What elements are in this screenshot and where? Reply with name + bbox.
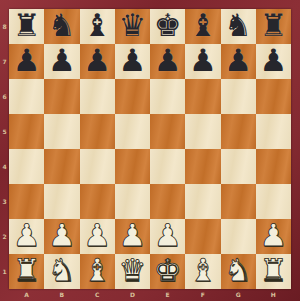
square-h7[interactable]: ♟ bbox=[256, 44, 291, 79]
rank-label-8: 8 bbox=[0, 24, 9, 30]
file-label-f: F bbox=[185, 292, 220, 298]
square-h3[interactable] bbox=[256, 184, 291, 219]
black-pawn-piece[interactable]: ♟ bbox=[224, 45, 252, 76]
black-knight-piece[interactable]: ♞ bbox=[48, 10, 76, 41]
white-rook-piece[interactable]: ♜ bbox=[13, 255, 41, 286]
black-rook-piece[interactable]: ♜ bbox=[13, 10, 41, 41]
square-d4[interactable] bbox=[115, 149, 150, 184]
black-pawn-piece[interactable]: ♟ bbox=[189, 45, 217, 76]
white-pawn-piece[interactable]: ♟ bbox=[48, 220, 76, 251]
square-e1[interactable]: ♚ bbox=[150, 254, 185, 289]
square-h2[interactable]: ♟ bbox=[256, 219, 291, 254]
black-king-piece[interactable]: ♚ bbox=[154, 10, 182, 41]
white-knight-piece[interactable]: ♞ bbox=[224, 255, 252, 286]
rank-label-6: 6 bbox=[0, 94, 9, 100]
black-pawn-piece[interactable]: ♟ bbox=[48, 45, 76, 76]
white-bishop-piece[interactable]: ♝ bbox=[189, 255, 217, 286]
rank-label-7: 7 bbox=[0, 59, 9, 65]
square-f1[interactable]: ♝ bbox=[185, 254, 220, 289]
square-e6[interactable] bbox=[150, 79, 185, 114]
square-e8[interactable]: ♚ bbox=[150, 9, 185, 44]
square-e7[interactable]: ♟ bbox=[150, 44, 185, 79]
square-f5[interactable] bbox=[185, 114, 220, 149]
square-d5[interactable] bbox=[115, 114, 150, 149]
square-d6[interactable] bbox=[115, 79, 150, 114]
square-a6[interactable] bbox=[9, 79, 44, 114]
black-rook-piece[interactable]: ♜ bbox=[259, 10, 287, 41]
white-pawn-piece[interactable]: ♟ bbox=[259, 220, 287, 251]
black-pawn-piece[interactable]: ♟ bbox=[154, 45, 182, 76]
square-c1[interactable]: ♝ bbox=[80, 254, 115, 289]
square-f4[interactable] bbox=[185, 149, 220, 184]
square-d3[interactable] bbox=[115, 184, 150, 219]
square-a2[interactable]: ♟ bbox=[9, 219, 44, 254]
square-c3[interactable] bbox=[80, 184, 115, 219]
white-pawn-piece[interactable]: ♟ bbox=[118, 220, 146, 251]
square-b5[interactable] bbox=[44, 114, 79, 149]
square-b6[interactable] bbox=[44, 79, 79, 114]
square-b1[interactable]: ♞ bbox=[44, 254, 79, 289]
black-pawn-piece[interactable]: ♟ bbox=[118, 45, 146, 76]
rank-label-3: 3 bbox=[0, 199, 9, 205]
file-label-b: B bbox=[44, 292, 79, 298]
black-pawn-piece[interactable]: ♟ bbox=[259, 45, 287, 76]
square-c8[interactable]: ♝ bbox=[80, 9, 115, 44]
square-g3[interactable] bbox=[221, 184, 256, 219]
rank-label-5: 5 bbox=[0, 129, 9, 135]
file-label-h: H bbox=[256, 292, 291, 298]
square-c7[interactable]: ♟ bbox=[80, 44, 115, 79]
black-pawn-piece[interactable]: ♟ bbox=[13, 45, 41, 76]
chess-board: ♜♞♝♛♚♝♞♜♟♟♟♟♟♟♟♟♟♟♟♟♟♟♜♞♝♛♚♝♞♜ bbox=[9, 9, 291, 289]
square-a4[interactable] bbox=[9, 149, 44, 184]
file-label-e: E bbox=[150, 292, 185, 298]
square-f3[interactable] bbox=[185, 184, 220, 219]
square-g8[interactable]: ♞ bbox=[221, 9, 256, 44]
square-e3[interactable] bbox=[150, 184, 185, 219]
file-label-c: C bbox=[80, 292, 115, 298]
white-pawn-piece[interactable]: ♟ bbox=[13, 220, 41, 251]
square-g7[interactable]: ♟ bbox=[221, 44, 256, 79]
square-e2[interactable]: ♟ bbox=[150, 219, 185, 254]
square-c5[interactable] bbox=[80, 114, 115, 149]
white-knight-piece[interactable]: ♞ bbox=[48, 255, 76, 286]
square-b4[interactable] bbox=[44, 149, 79, 184]
square-f7[interactable]: ♟ bbox=[185, 44, 220, 79]
square-b2[interactable]: ♟ bbox=[44, 219, 79, 254]
square-b3[interactable] bbox=[44, 184, 79, 219]
rank-label-1: 1 bbox=[0, 269, 9, 275]
file-label-g: G bbox=[221, 292, 256, 298]
square-f2[interactable] bbox=[185, 219, 220, 254]
square-h8[interactable]: ♜ bbox=[256, 9, 291, 44]
square-d1[interactable]: ♛ bbox=[115, 254, 150, 289]
square-h1[interactable]: ♜ bbox=[256, 254, 291, 289]
black-pawn-piece[interactable]: ♟ bbox=[83, 45, 111, 76]
square-f6[interactable] bbox=[185, 79, 220, 114]
file-label-d: D bbox=[115, 292, 150, 298]
white-bishop-piece[interactable]: ♝ bbox=[83, 255, 111, 286]
square-f8[interactable]: ♝ bbox=[185, 9, 220, 44]
rank-label-2: 2 bbox=[0, 234, 9, 240]
square-a5[interactable] bbox=[9, 114, 44, 149]
rank-label-4: 4 bbox=[0, 164, 9, 170]
square-g4[interactable] bbox=[221, 149, 256, 184]
white-queen-piece[interactable]: ♛ bbox=[118, 255, 146, 286]
square-b8[interactable]: ♞ bbox=[44, 9, 79, 44]
file-label-a: A bbox=[9, 292, 44, 298]
square-b7[interactable]: ♟ bbox=[44, 44, 79, 79]
square-h4[interactable] bbox=[256, 149, 291, 184]
square-a7[interactable]: ♟ bbox=[9, 44, 44, 79]
square-g2[interactable] bbox=[221, 219, 256, 254]
white-king-piece[interactable]: ♚ bbox=[154, 255, 182, 286]
square-a8[interactable]: ♜ bbox=[9, 9, 44, 44]
black-bishop-piece[interactable]: ♝ bbox=[83, 10, 111, 41]
square-d7[interactable]: ♟ bbox=[115, 44, 150, 79]
square-a3[interactable] bbox=[9, 184, 44, 219]
square-h6[interactable] bbox=[256, 79, 291, 114]
square-c4[interactable] bbox=[80, 149, 115, 184]
black-bishop-piece[interactable]: ♝ bbox=[189, 10, 217, 41]
square-g1[interactable]: ♞ bbox=[221, 254, 256, 289]
black-queen-piece[interactable]: ♛ bbox=[118, 10, 146, 41]
square-c2[interactable]: ♟ bbox=[80, 219, 115, 254]
square-e4[interactable] bbox=[150, 149, 185, 184]
black-knight-piece[interactable]: ♞ bbox=[224, 10, 252, 41]
square-d2[interactable]: ♟ bbox=[115, 219, 150, 254]
square-h5[interactable] bbox=[256, 114, 291, 149]
white-rook-piece[interactable]: ♜ bbox=[259, 255, 287, 286]
square-g6[interactable] bbox=[221, 79, 256, 114]
square-d8[interactable]: ♛ bbox=[115, 9, 150, 44]
square-g5[interactable] bbox=[221, 114, 256, 149]
chess-board-frame: ♜♞♝♛♚♝♞♜♟♟♟♟♟♟♟♟♟♟♟♟♟♟♜♞♝♛♚♝♞♜ 8A7B6C5D4… bbox=[0, 0, 300, 301]
square-c6[interactable] bbox=[80, 79, 115, 114]
white-pawn-piece[interactable]: ♟ bbox=[154, 220, 182, 251]
white-pawn-piece[interactable]: ♟ bbox=[83, 220, 111, 251]
square-a1[interactable]: ♜ bbox=[9, 254, 44, 289]
square-e5[interactable] bbox=[150, 114, 185, 149]
